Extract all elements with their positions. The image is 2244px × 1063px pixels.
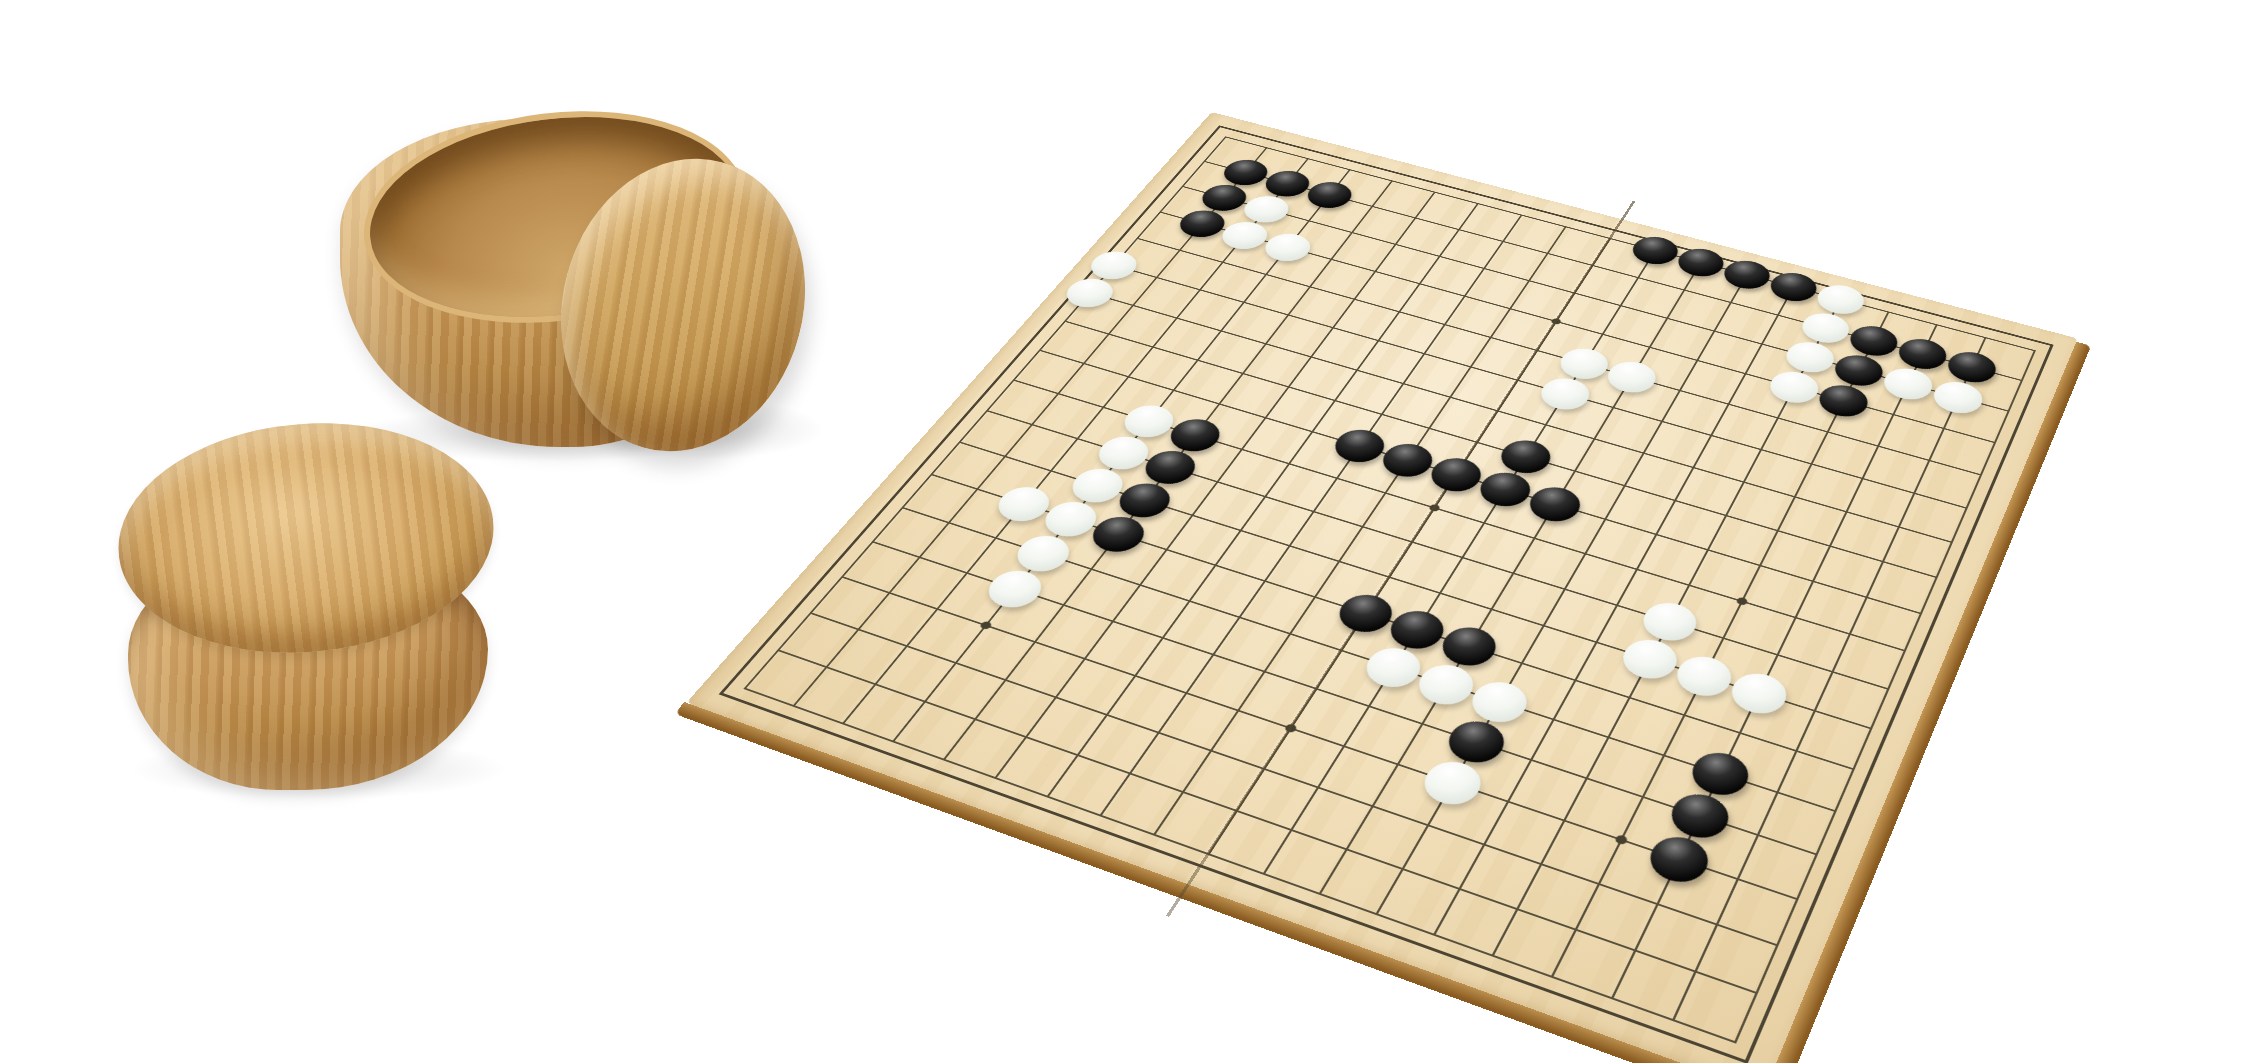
product-photo-stage: ●●●●○●●●○●●●●○○●○○●○○○●○○○○○●●●●●●○●○●○○…	[0, 0, 2244, 1063]
white-stone[interactable]: ○	[1725, 667, 1794, 719]
white-stone[interactable]: ○	[979, 565, 1050, 613]
white-stone[interactable]: ○	[1601, 357, 1662, 397]
stone-bowl-closed	[112, 420, 502, 790]
white-stone[interactable]: ○	[1670, 651, 1739, 703]
stones-layer: ●●●●○●●●○●●●●○○●○○●○○○●○○○○○●●●●●●○●○●○○…	[704, 120, 2066, 1063]
black-stone[interactable]: ●	[1522, 482, 1587, 527]
stone-bowl-open	[335, 105, 815, 455]
go-board: ●●●●○●●●○●●●●○○●○○●○○○●○○○○○●●●●●●○●○●○○…	[686, 112, 2077, 1063]
black-stone[interactable]: ●	[1424, 453, 1489, 497]
